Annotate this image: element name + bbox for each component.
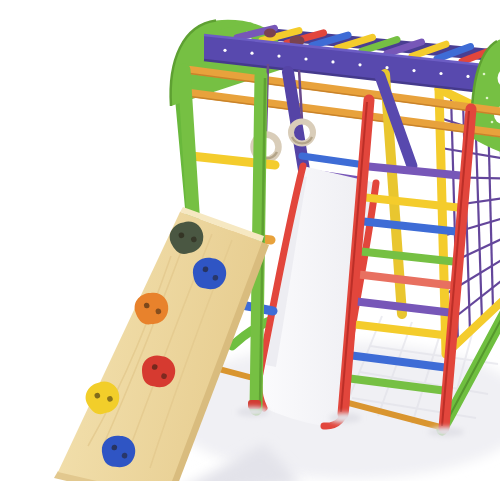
product-photo-play-gym: Colorful kids' sport complex: monkey-bar… [40,16,500,481]
ring-strap-knot-left [264,29,276,38]
play-gym-illustration: Colorful kids' sport complex: monkey-bar… [40,16,500,481]
